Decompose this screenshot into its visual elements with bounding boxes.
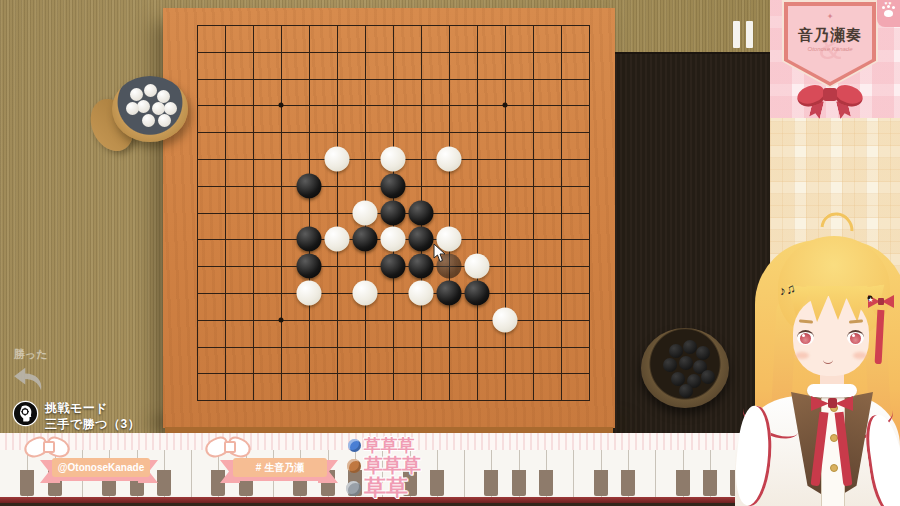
white-stone <box>493 307 518 332</box>
avatar-eye <box>797 330 814 345</box>
hearts-icon: ♥♥ <box>877 0 900 6</box>
black-stone <box>409 200 434 225</box>
mouse-cursor <box>433 243 447 267</box>
black-stone <box>297 227 322 252</box>
white-stone <box>353 281 378 306</box>
pause-button[interactable] <box>733 21 755 48</box>
undo-arrow-button[interactable] <box>12 366 46 396</box>
star-ornament-icon: ★ <box>868 296 873 301</box>
chat-message: 草草 <box>346 473 408 503</box>
corner-paw-tab[interactable]: ♥♥ <box>877 0 900 27</box>
collar-bow-icon <box>811 394 853 414</box>
white-stone <box>465 254 490 279</box>
black-stone <box>437 281 462 306</box>
avatar-mouth <box>823 356 833 364</box>
head-gear-icon <box>12 400 39 427</box>
chat-avatar <box>348 439 361 452</box>
hashtag-banner: # 生音乃瀬 <box>220 433 340 506</box>
paw-print-icon <box>884 10 893 17</box>
white-stone <box>353 200 378 225</box>
streamer-name-kanji: 音乃瀬奏 <box>782 26 878 45</box>
gomoku-board[interactable] <box>163 8 615 428</box>
white-stone <box>437 147 462 172</box>
black-stone <box>353 227 378 252</box>
undo-arrow-icon <box>12 366 46 392</box>
challenge-mode-hud: 挑戦モード 三手で勝つ（3） <box>12 400 140 432</box>
board-grid <box>197 25 590 401</box>
white-stone <box>325 147 350 172</box>
streamer-name-romaji: Otonose Kanade <box>782 46 878 52</box>
sparkle-icon: ✦ <box>782 12 878 21</box>
black-stone <box>465 281 490 306</box>
won-label: 勝った <box>14 347 48 362</box>
black-stone <box>297 254 322 279</box>
chat-text: 草草 <box>364 473 408 503</box>
white-stone <box>325 227 350 252</box>
white-bow-icon <box>205 435 251 461</box>
mode-objective: 三手で勝つ（3） <box>45 416 140 432</box>
black-stone <box>297 173 322 198</box>
white-stone <box>409 281 434 306</box>
white-bow-icon <box>24 435 70 461</box>
black-stone <box>409 227 434 252</box>
avatar-eye <box>847 330 864 345</box>
streamer-avatar: ♪♫ ★ <box>735 200 900 506</box>
black-stone <box>381 254 406 279</box>
white-stone <box>381 227 406 252</box>
white-stones-bowl <box>112 76 188 142</box>
black-stones-bowl <box>641 328 729 408</box>
stream-frame: 勝った 挑戦モード 三手で勝つ（3） ✦ & 音乃瀬奏 Otonose Ka <box>0 0 900 506</box>
chat-avatar <box>347 459 361 473</box>
white-stone <box>381 147 406 172</box>
hair-ribbon-icon: ★ <box>868 292 894 312</box>
black-stone <box>381 200 406 225</box>
black-stone <box>381 173 406 198</box>
red-bow-icon <box>795 84 865 124</box>
handle-banner: @OtonoseKanade <box>40 433 162 506</box>
white-stone <box>297 281 322 306</box>
mode-title: 挑戦モード <box>45 400 140 416</box>
piano-footer: @OtonoseKanade # 生音乃瀬 草草草 草草草 草草 <box>0 433 770 506</box>
black-stone <box>409 254 434 279</box>
chat-avatar <box>346 481 361 496</box>
